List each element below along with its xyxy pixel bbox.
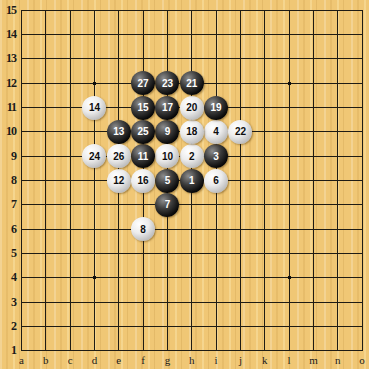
stone-black-7[interactable]: 7 [155, 193, 179, 217]
stone-white-4[interactable]: 4 [204, 120, 228, 144]
stone-white-18[interactable]: 18 [180, 120, 204, 144]
stone-black-1[interactable]: 1 [180, 169, 204, 193]
stone-white-8[interactable]: 8 [131, 217, 155, 241]
gomoku-board[interactable]: 151413121110987654321 abcdefghijklmno 12… [0, 0, 369, 369]
stone-white-2[interactable]: 2 [180, 144, 204, 168]
stone-white-10[interactable]: 10 [155, 144, 179, 168]
stone-black-23[interactable]: 23 [155, 71, 179, 95]
stone-black-25[interactable]: 25 [131, 120, 155, 144]
star-point [93, 276, 96, 279]
stone-white-20[interactable]: 20 [180, 96, 204, 120]
stone-white-24[interactable]: 24 [82, 144, 106, 168]
stone-black-19[interactable]: 19 [204, 96, 228, 120]
stone-black-3[interactable]: 3 [204, 144, 228, 168]
stone-black-17[interactable]: 17 [155, 96, 179, 120]
stone-white-6[interactable]: 6 [204, 169, 228, 193]
stone-black-15[interactable]: 15 [131, 96, 155, 120]
stones-layer: 1234567891011121314151617181920212223242… [9, 0, 369, 363]
stone-black-13[interactable]: 13 [107, 120, 131, 144]
stone-white-16[interactable]: 16 [131, 169, 155, 193]
stone-white-22[interactable]: 22 [228, 120, 252, 144]
stone-white-14[interactable]: 14 [82, 96, 106, 120]
stone-white-26[interactable]: 26 [107, 144, 131, 168]
stone-white-12[interactable]: 12 [107, 169, 131, 193]
star-point [93, 82, 96, 85]
stone-black-11[interactable]: 11 [131, 144, 155, 168]
star-point [288, 276, 291, 279]
stone-black-9[interactable]: 9 [155, 120, 179, 144]
star-point [288, 82, 291, 85]
stone-black-5[interactable]: 5 [155, 169, 179, 193]
stone-black-27[interactable]: 27 [131, 71, 155, 95]
stone-black-21[interactable]: 21 [180, 71, 204, 95]
